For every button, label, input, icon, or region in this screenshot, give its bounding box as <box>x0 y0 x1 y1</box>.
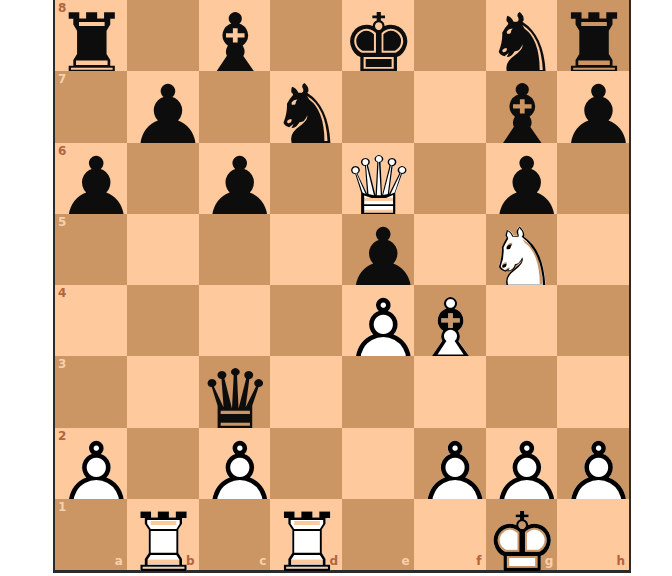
square-f8[interactable] <box>414 0 486 71</box>
square-d8[interactable] <box>270 0 342 71</box>
piece-black-king[interactable]: ♚ <box>342 0 414 71</box>
piece-white-pawn[interactable]: ♟♙ <box>342 285 414 356</box>
square-h3[interactable] <box>557 356 629 427</box>
rank-label-3: 3 <box>58 358 66 370</box>
piece-white-bishop[interactable]: ♝♗ <box>414 285 486 356</box>
square-f6[interactable] <box>414 143 486 214</box>
piece-black-pawn[interactable]: ♟ <box>127 71 199 142</box>
square-b1[interactable]: b♜♖ <box>127 499 199 570</box>
white-rook-outline-glyph: ♖ <box>127 502 201 576</box>
square-h4[interactable] <box>557 285 629 356</box>
square-a3[interactable]: 3 <box>55 356 127 427</box>
piece-black-knight[interactable]: ♞ <box>486 0 558 71</box>
square-f1[interactable]: f <box>414 499 486 570</box>
file-label-e: e <box>402 555 410 567</box>
square-a4[interactable]: 4 <box>55 285 127 356</box>
square-c4[interactable] <box>199 285 271 356</box>
square-b3[interactable] <box>127 356 199 427</box>
square-d1[interactable]: d♜♖ <box>270 499 342 570</box>
file-label-f: f <box>476 555 481 567</box>
square-h6[interactable] <box>557 143 629 214</box>
square-e5[interactable]: ♟ <box>342 214 414 285</box>
piece-black-queen[interactable]: ♛ <box>199 356 271 427</box>
page: 8♜♝♚♞♜7♟♞♝♟6♟♟♛♕♟5♟♞♘4♟♙♝♗3♛2♟♙♟♙♟♙♟♙♟♙1… <box>0 0 672 576</box>
square-d4[interactable] <box>270 285 342 356</box>
square-b8[interactable] <box>127 0 199 71</box>
piece-black-pawn[interactable]: ♟ <box>486 143 558 214</box>
piece-white-queen[interactable]: ♛♕ <box>342 143 414 214</box>
square-f2[interactable]: ♟♙ <box>414 428 486 499</box>
square-g3[interactable] <box>486 356 558 427</box>
piece-white-pawn[interactable]: ♟♙ <box>557 428 629 499</box>
piece-black-bishop[interactable]: ♝ <box>199 0 271 71</box>
piece-white-knight[interactable]: ♞♘ <box>486 214 558 285</box>
square-h5[interactable] <box>557 214 629 285</box>
square-h2[interactable]: ♟♙ <box>557 428 629 499</box>
rank-label-4: 4 <box>58 287 66 299</box>
square-d3[interactable] <box>270 356 342 427</box>
square-d2[interactable] <box>270 428 342 499</box>
square-c5[interactable] <box>199 214 271 285</box>
square-e6[interactable]: ♛♕ <box>342 143 414 214</box>
square-d5[interactable] <box>270 214 342 285</box>
square-e8[interactable]: ♚ <box>342 0 414 71</box>
square-a6[interactable]: 6♟ <box>55 143 127 214</box>
piece-white-king[interactable]: ♚♔ <box>486 499 558 570</box>
square-c1[interactable]: c <box>199 499 271 570</box>
square-g7[interactable]: ♝ <box>486 71 558 142</box>
square-e7[interactable] <box>342 71 414 142</box>
square-a8[interactable]: 8♜ <box>55 0 127 71</box>
piece-black-pawn[interactable]: ♟ <box>342 214 414 285</box>
square-d7[interactable]: ♞ <box>270 71 342 142</box>
square-f5[interactable] <box>414 214 486 285</box>
square-f7[interactable] <box>414 71 486 142</box>
white-rook-outline-glyph: ♖ <box>270 502 344 576</box>
piece-black-pawn[interactable]: ♟ <box>557 71 629 142</box>
piece-white-pawn[interactable]: ♟♙ <box>486 428 558 499</box>
square-g5[interactable]: ♞♘ <box>486 214 558 285</box>
rank-label-7: 7 <box>58 73 66 85</box>
piece-black-knight[interactable]: ♞ <box>270 71 342 142</box>
square-c6[interactable]: ♟ <box>199 143 271 214</box>
square-g8[interactable]: ♞ <box>486 0 558 71</box>
square-a5[interactable]: 5 <box>55 214 127 285</box>
square-d6[interactable] <box>270 143 342 214</box>
piece-black-pawn[interactable]: ♟ <box>55 143 127 214</box>
square-e4[interactable]: ♟♙ <box>342 285 414 356</box>
square-g2[interactable]: ♟♙ <box>486 428 558 499</box>
piece-white-rook[interactable]: ♜♖ <box>127 499 199 570</box>
square-a7[interactable]: 7 <box>55 71 127 142</box>
square-g6[interactable]: ♟ <box>486 143 558 214</box>
piece-black-pawn[interactable]: ♟ <box>199 143 271 214</box>
square-f3[interactable] <box>414 356 486 427</box>
chessboard: 8♜♝♚♞♜7♟♞♝♟6♟♟♛♕♟5♟♞♘4♟♙♝♗3♛2♟♙♟♙♟♙♟♙♟♙1… <box>53 0 631 573</box>
rank-label-1: 1 <box>58 501 66 513</box>
piece-white-pawn[interactable]: ♟♙ <box>55 428 127 499</box>
piece-white-pawn[interactable]: ♟♙ <box>199 428 271 499</box>
square-a2[interactable]: 2♟♙ <box>55 428 127 499</box>
square-b7[interactable]: ♟ <box>127 71 199 142</box>
square-c3[interactable]: ♛ <box>199 356 271 427</box>
piece-white-pawn[interactable]: ♟♙ <box>414 428 486 499</box>
piece-black-bishop[interactable]: ♝ <box>486 71 558 142</box>
file-label-h: h <box>616 555 625 567</box>
square-e1[interactable]: e <box>342 499 414 570</box>
white-king-outline-glyph: ♔ <box>486 502 560 576</box>
square-e3[interactable] <box>342 356 414 427</box>
file-label-a: a <box>115 555 123 567</box>
square-c8[interactable]: ♝ <box>199 0 271 71</box>
square-g1[interactable]: g♚♔ <box>486 499 558 570</box>
piece-white-rook[interactable]: ♜♖ <box>270 499 342 570</box>
square-f4[interactable]: ♝♗ <box>414 285 486 356</box>
square-a1[interactable]: 1a <box>55 499 127 570</box>
square-h8[interactable]: ♜ <box>557 0 629 71</box>
square-b4[interactable] <box>127 285 199 356</box>
square-b6[interactable] <box>127 143 199 214</box>
piece-black-rook[interactable]: ♜ <box>55 0 127 71</box>
square-b5[interactable] <box>127 214 199 285</box>
square-h1[interactable]: h <box>557 499 629 570</box>
square-c7[interactable] <box>199 71 271 142</box>
piece-black-rook[interactable]: ♜ <box>557 0 629 71</box>
file-label-c: c <box>259 555 266 567</box>
square-e2[interactable] <box>342 428 414 499</box>
rank-label-5: 5 <box>58 216 66 228</box>
square-g4[interactable] <box>486 285 558 356</box>
square-b2[interactable] <box>127 428 199 499</box>
square-h7[interactable]: ♟ <box>557 71 629 142</box>
square-c2[interactable]: ♟♙ <box>199 428 271 499</box>
